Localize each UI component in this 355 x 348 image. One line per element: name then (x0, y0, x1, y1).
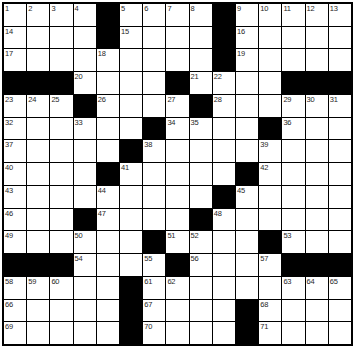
white-cell-r2c3[interactable] (50, 27, 72, 49)
white-cell-r2c11[interactable]: 16 (236, 27, 258, 49)
clue-number-42: 42 (260, 163, 268, 172)
clue-number-71: 71 (260, 322, 268, 331)
white-cell-r9c9[interactable] (190, 186, 212, 208)
clue-number-8: 8 (191, 4, 195, 13)
white-cell-r10c7[interactable] (143, 209, 165, 231)
white-cell-r9c7[interactable] (143, 186, 165, 208)
black-cell-r7c6 (120, 140, 142, 162)
white-cell-r6c2[interactable] (27, 118, 49, 140)
white-cell-r13c1[interactable]: 58 (4, 277, 26, 299)
clue-number-63: 63 (283, 277, 291, 286)
white-cell-r12c12[interactable]: 57 (259, 254, 281, 276)
black-cell-r4c14 (306, 72, 328, 94)
white-cell-r9c12[interactable] (259, 186, 281, 208)
white-cell-r3c11[interactable]: 19 (236, 49, 258, 71)
black-cell-r14c6 (120, 300, 142, 322)
white-cell-r12c7[interactable]: 55 (143, 254, 165, 276)
white-cell-r4c10[interactable]: 22 (213, 72, 235, 94)
white-cell-r10c12[interactable] (259, 209, 281, 231)
clue-number-50: 50 (75, 231, 83, 240)
white-cell-r9c6[interactable] (120, 186, 142, 208)
white-cell-r5c15[interactable]: 31 (329, 95, 351, 117)
white-cell-r1c1[interactable]: 1 (4, 4, 26, 26)
white-cell-r3c12[interactable] (259, 49, 281, 71)
white-cell-r9c15[interactable] (329, 186, 351, 208)
white-cell-r2c2[interactable] (27, 27, 49, 49)
white-cell-r8c6[interactable]: 41 (120, 163, 142, 185)
white-cell-r7c13[interactable] (282, 140, 304, 162)
white-cell-r2c8[interactable] (166, 27, 188, 49)
white-cell-r13c15[interactable]: 65 (329, 277, 351, 299)
white-cell-r5c6[interactable] (120, 95, 142, 117)
clue-number-14: 14 (5, 27, 13, 36)
clue-number-9: 9 (237, 4, 241, 13)
clue-number-64: 64 (307, 277, 315, 286)
white-cell-r14c13[interactable] (282, 300, 304, 322)
clue-number-67: 67 (144, 300, 152, 309)
clue-number-59: 59 (28, 277, 36, 286)
clue-number-47: 47 (98, 209, 106, 218)
black-cell-r14c11 (236, 300, 258, 322)
clue-number-65: 65 (330, 277, 338, 286)
white-cell-r7c8[interactable] (166, 140, 188, 162)
white-cell-r8c1[interactable]: 40 (4, 163, 26, 185)
white-cell-r4c7[interactable] (143, 72, 165, 94)
clue-number-20: 20 (75, 72, 83, 81)
white-cell-r2c6[interactable]: 15 (120, 27, 142, 49)
white-cell-r9c13[interactable] (282, 186, 304, 208)
white-cell-r15c3[interactable] (50, 322, 72, 344)
white-cell-r6c8[interactable]: 34 (166, 118, 188, 140)
white-cell-r1c3[interactable]: 3 (50, 4, 72, 26)
clue-number-18: 18 (98, 49, 106, 58)
white-cell-r4c12[interactable] (259, 72, 281, 94)
white-cell-r15c10[interactable] (213, 322, 235, 344)
white-cell-r5c12[interactable] (259, 95, 281, 117)
clue-number-26: 26 (98, 95, 106, 104)
white-cell-r7c15[interactable] (329, 140, 351, 162)
white-cell-r12c4[interactable]: 54 (74, 254, 96, 276)
clue-number-17: 17 (5, 49, 13, 58)
white-cell-r2c12[interactable] (259, 27, 281, 49)
white-cell-r8c2[interactable] (27, 163, 49, 185)
white-cell-r9c3[interactable] (50, 186, 72, 208)
white-cell-r3c15[interactable] (329, 49, 351, 71)
white-cell-r8c8[interactable] (166, 163, 188, 185)
clue-number-19: 19 (237, 49, 245, 58)
clue-number-41: 41 (121, 163, 129, 172)
clue-number-36: 36 (283, 118, 291, 127)
white-cell-r1c11[interactable]: 9 (236, 4, 258, 26)
white-cell-r3c9[interactable] (190, 49, 212, 71)
white-cell-r11c10[interactable] (213, 231, 235, 253)
white-cell-r6c13[interactable]: 36 (282, 118, 304, 140)
white-cell-r8c7[interactable] (143, 163, 165, 185)
black-cell-r11c7 (143, 231, 165, 253)
white-cell-r3c2[interactable] (27, 49, 49, 71)
white-cell-r14c4[interactable] (74, 300, 96, 322)
white-cell-r11c9[interactable]: 52 (190, 231, 212, 253)
clue-number-38: 38 (144, 140, 152, 149)
white-cell-r1c2[interactable]: 2 (27, 4, 49, 26)
black-cell-r9c10 (213, 186, 235, 208)
clue-number-29: 29 (283, 95, 291, 104)
white-cell-r7c7[interactable]: 38 (143, 140, 165, 162)
white-cell-r2c1[interactable]: 14 (4, 27, 26, 49)
clue-number-45: 45 (237, 186, 245, 195)
white-cell-r6c14[interactable] (306, 118, 328, 140)
white-cell-r9c14[interactable] (306, 186, 328, 208)
white-cell-r13c3[interactable]: 60 (50, 277, 72, 299)
white-cell-r10c6[interactable] (120, 209, 142, 231)
white-cell-r9c2[interactable] (27, 186, 49, 208)
white-cell-r10c8[interactable] (166, 209, 188, 231)
white-cell-r4c5[interactable] (97, 72, 119, 94)
clue-number-22: 22 (214, 72, 222, 81)
white-cell-r14c5[interactable] (97, 300, 119, 322)
clue-number-12: 12 (307, 4, 315, 13)
black-cell-r3c10 (213, 49, 235, 71)
clue-number-4: 4 (75, 4, 79, 13)
white-cell-r13c2[interactable]: 59 (27, 277, 49, 299)
white-cell-r7c5[interactable] (97, 140, 119, 162)
black-cell-r8c11 (236, 163, 258, 185)
white-cell-r1c8[interactable]: 7 (166, 4, 188, 26)
white-cell-r7c4[interactable] (74, 140, 96, 162)
black-cell-r12c8 (166, 254, 188, 276)
white-cell-r4c4[interactable]: 20 (74, 72, 96, 94)
white-cell-r8c10[interactable] (213, 163, 235, 185)
clue-number-15: 15 (121, 27, 129, 36)
white-cell-r5c11[interactable] (236, 95, 258, 117)
white-cell-r14c10[interactable] (213, 300, 235, 322)
clue-number-40: 40 (5, 163, 13, 172)
black-cell-r12c2 (27, 254, 49, 276)
white-cell-r5c10[interactable]: 28 (213, 95, 235, 117)
white-cell-r10c2[interactable] (27, 209, 49, 231)
clue-number-1: 1 (5, 4, 9, 13)
clue-number-44: 44 (98, 186, 106, 195)
white-cell-r11c5[interactable] (97, 231, 119, 253)
white-cell-r3c14[interactable] (306, 49, 328, 71)
clue-number-24: 24 (28, 95, 36, 104)
black-cell-r4c1 (4, 72, 26, 94)
white-cell-r2c9[interactable] (190, 27, 212, 49)
white-cell-r3c6[interactable] (120, 49, 142, 71)
black-cell-r5c9 (190, 95, 212, 117)
clue-number-27: 27 (167, 95, 175, 104)
white-cell-r1c9[interactable]: 8 (190, 4, 212, 26)
white-cell-r3c5[interactable]: 18 (97, 49, 119, 71)
black-cell-r12c13 (282, 254, 304, 276)
clue-number-35: 35 (191, 118, 199, 127)
white-cell-r11c1[interactable]: 49 (4, 231, 26, 253)
white-cell-r13c4[interactable] (74, 277, 96, 299)
white-cell-r1c15[interactable]: 13 (329, 4, 351, 26)
black-cell-r6c7 (143, 118, 165, 140)
white-cell-r8c13[interactable] (282, 163, 304, 185)
white-cell-r14c8[interactable] (166, 300, 188, 322)
white-cell-r10c11[interactable] (236, 209, 258, 231)
clue-number-5: 5 (121, 4, 125, 13)
white-cell-r10c14[interactable] (306, 209, 328, 231)
white-cell-r3c3[interactable] (50, 49, 72, 71)
white-cell-r3c4[interactable] (74, 49, 96, 71)
white-cell-r2c7[interactable] (143, 27, 165, 49)
clue-number-34: 34 (167, 118, 175, 127)
white-cell-r6c10[interactable] (213, 118, 235, 140)
white-cell-r10c10[interactable]: 48 (213, 209, 235, 231)
white-cell-r10c15[interactable] (329, 209, 351, 231)
white-cell-r3c13[interactable] (282, 49, 304, 71)
white-cell-r5c8[interactable]: 27 (166, 95, 188, 117)
white-cell-r14c1[interactable]: 66 (4, 300, 26, 322)
clue-number-62: 62 (167, 277, 175, 286)
black-cell-r11c12 (259, 231, 281, 253)
white-cell-r15c5[interactable] (97, 322, 119, 344)
white-cell-r7c2[interactable] (27, 140, 49, 162)
white-cell-r13c13[interactable]: 63 (282, 277, 304, 299)
black-cell-r2c5 (97, 27, 119, 49)
white-cell-r12c9[interactable]: 56 (190, 254, 212, 276)
white-cell-r14c7[interactable]: 67 (143, 300, 165, 322)
black-cell-r12c1 (4, 254, 26, 276)
clue-number-43: 43 (5, 186, 13, 195)
white-cell-r1c14[interactable]: 12 (306, 4, 328, 26)
white-cell-r9c1[interactable]: 43 (4, 186, 26, 208)
white-cell-r6c3[interactable] (50, 118, 72, 140)
white-cell-r13c9[interactable] (190, 277, 212, 299)
white-cell-r6c9[interactable]: 35 (190, 118, 212, 140)
clue-number-58: 58 (5, 277, 13, 286)
white-cell-r10c5[interactable]: 47 (97, 209, 119, 231)
clue-number-37: 37 (5, 140, 13, 149)
white-cell-r13c11[interactable] (236, 277, 258, 299)
white-cell-r6c4[interactable]: 33 (74, 118, 96, 140)
white-cell-r2c15[interactable] (329, 27, 351, 49)
white-cell-r12c10[interactable] (213, 254, 235, 276)
white-cell-r7c3[interactable] (50, 140, 72, 162)
clue-number-48: 48 (214, 209, 222, 218)
clue-number-46: 46 (5, 209, 13, 218)
white-cell-r9c5[interactable]: 44 (97, 186, 119, 208)
clue-number-61: 61 (144, 277, 152, 286)
white-cell-r8c4[interactable] (74, 163, 96, 185)
white-cell-r8c14[interactable] (306, 163, 328, 185)
black-cell-r5c4 (74, 95, 96, 117)
clue-number-30: 30 (307, 95, 315, 104)
white-cell-r10c13[interactable] (282, 209, 304, 231)
white-cell-r8c3[interactable] (50, 163, 72, 185)
white-cell-r13c8[interactable]: 62 (166, 277, 188, 299)
white-cell-r5c7[interactable] (143, 95, 165, 117)
black-cell-r8c5 (97, 163, 119, 185)
black-cell-r10c9 (190, 209, 212, 231)
clue-number-68: 68 (260, 300, 268, 309)
white-cell-r13c5[interactable] (97, 277, 119, 299)
white-cell-r11c13[interactable]: 53 (282, 231, 304, 253)
black-cell-r13c6 (120, 277, 142, 299)
white-cell-r8c15[interactable] (329, 163, 351, 185)
white-cell-r14c9[interactable] (190, 300, 212, 322)
crossword-page: 1234567891011121314151617181920212223242… (0, 0, 355, 348)
white-cell-r15c1[interactable]: 69 (4, 322, 26, 344)
white-cell-r11c11[interactable] (236, 231, 258, 253)
white-cell-r12c11[interactable] (236, 254, 258, 276)
white-cell-r5c1[interactable]: 23 (4, 95, 26, 117)
white-cell-r5c5[interactable]: 26 (97, 95, 119, 117)
white-cell-r15c12[interactable]: 71 (259, 322, 281, 344)
white-cell-r8c12[interactable]: 42 (259, 163, 281, 185)
white-cell-r7c9[interactable] (190, 140, 212, 162)
white-cell-r13c12[interactable] (259, 277, 281, 299)
white-cell-r14c14[interactable] (306, 300, 328, 322)
white-cell-r6c11[interactable] (236, 118, 258, 140)
white-cell-r7c1[interactable]: 37 (4, 140, 26, 162)
clue-number-32: 32 (5, 118, 13, 127)
white-cell-r4c9[interactable]: 21 (190, 72, 212, 94)
black-cell-r4c3 (50, 72, 72, 94)
white-cell-r12c6[interactable] (120, 254, 142, 276)
clue-number-10: 10 (260, 4, 268, 13)
white-cell-r7c10[interactable] (213, 140, 235, 162)
white-cell-r11c6[interactable] (120, 231, 142, 253)
clue-number-11: 11 (283, 4, 290, 13)
clue-number-3: 3 (51, 4, 55, 13)
white-cell-r9c8[interactable] (166, 186, 188, 208)
black-cell-r4c2 (27, 72, 49, 94)
black-cell-r4c15 (329, 72, 351, 94)
white-cell-r3c8[interactable] (166, 49, 188, 71)
clue-number-7: 7 (167, 4, 171, 13)
white-cell-r13c14[interactable]: 64 (306, 277, 328, 299)
white-cell-r5c3[interactable]: 25 (50, 95, 72, 117)
white-cell-r6c5[interactable] (97, 118, 119, 140)
clue-number-6: 6 (144, 4, 148, 13)
white-cell-r3c1[interactable]: 17 (4, 49, 26, 71)
white-cell-r12c5[interactable] (97, 254, 119, 276)
clue-number-66: 66 (5, 300, 13, 309)
white-cell-r11c15[interactable] (329, 231, 351, 253)
clue-number-31: 31 (330, 95, 338, 104)
white-cell-r15c14[interactable] (306, 322, 328, 344)
clue-number-13: 13 (330, 4, 338, 13)
clue-number-49: 49 (5, 231, 13, 240)
black-cell-r1c5 (97, 4, 119, 26)
white-cell-r4c11[interactable] (236, 72, 258, 94)
black-cell-r15c6 (120, 322, 142, 344)
white-cell-r14c15[interactable] (329, 300, 351, 322)
white-cell-r6c15[interactable] (329, 118, 351, 140)
white-cell-r7c12[interactable]: 39 (259, 140, 281, 162)
white-cell-r3c7[interactable] (143, 49, 165, 71)
black-cell-r10c4 (74, 209, 96, 231)
white-cell-r11c3[interactable] (50, 231, 72, 253)
black-cell-r1c10 (213, 4, 235, 26)
white-cell-r14c3[interactable] (50, 300, 72, 322)
white-cell-r9c11[interactable]: 45 (236, 186, 258, 208)
white-cell-r1c12[interactable]: 10 (259, 4, 281, 26)
white-cell-r15c8[interactable] (166, 322, 188, 344)
white-cell-r13c7[interactable]: 61 (143, 277, 165, 299)
clue-number-69: 69 (5, 322, 13, 331)
white-cell-r5c14[interactable]: 30 (306, 95, 328, 117)
clue-number-21: 21 (191, 72, 199, 81)
clue-number-39: 39 (260, 140, 268, 149)
black-cell-r4c13 (282, 72, 304, 94)
white-cell-r15c15[interactable] (329, 322, 351, 344)
white-cell-r11c4[interactable]: 50 (74, 231, 96, 253)
white-cell-r15c7[interactable]: 70 (143, 322, 165, 344)
white-cell-r1c13[interactable]: 11 (282, 4, 304, 26)
black-cell-r15c11 (236, 322, 258, 344)
white-cell-r15c2[interactable] (27, 322, 49, 344)
clue-number-53: 53 (283, 231, 291, 240)
white-cell-r2c13[interactable] (282, 27, 304, 49)
clue-number-60: 60 (51, 277, 59, 286)
white-cell-r10c1[interactable]: 46 (4, 209, 26, 231)
white-cell-r1c4[interactable]: 4 (74, 4, 96, 26)
white-cell-r2c4[interactable] (74, 27, 96, 49)
white-cell-r4c6[interactable] (120, 72, 142, 94)
white-cell-r15c13[interactable] (282, 322, 304, 344)
clue-number-57: 57 (260, 254, 268, 263)
white-cell-r7c11[interactable] (236, 140, 258, 162)
white-cell-r14c12[interactable]: 68 (259, 300, 281, 322)
white-cell-r5c2[interactable]: 24 (27, 95, 49, 117)
white-cell-r6c6[interactable] (120, 118, 142, 140)
white-cell-r7c14[interactable] (306, 140, 328, 162)
white-cell-r5c13[interactable]: 29 (282, 95, 304, 117)
white-cell-r14c2[interactable] (27, 300, 49, 322)
white-cell-r2c14[interactable] (306, 27, 328, 49)
clue-number-33: 33 (75, 118, 83, 127)
white-cell-r10c3[interactable] (50, 209, 72, 231)
crossword-board: 1234567891011121314151617181920212223242… (2, 2, 353, 346)
clue-number-28: 28 (214, 95, 222, 104)
clue-number-56: 56 (191, 254, 199, 263)
clue-number-23: 23 (5, 95, 13, 104)
black-cell-r12c14 (306, 254, 328, 276)
white-cell-r9c4[interactable] (74, 186, 96, 208)
black-cell-r12c15 (329, 254, 351, 276)
white-cell-r1c7[interactable]: 6 (143, 4, 165, 26)
white-cell-r15c4[interactable] (74, 322, 96, 344)
clue-number-2: 2 (28, 4, 32, 13)
black-cell-r12c3 (50, 254, 72, 276)
clue-number-51: 51 (167, 231, 175, 240)
black-cell-r2c10 (213, 27, 235, 49)
clue-number-55: 55 (144, 254, 152, 263)
clue-number-52: 52 (191, 231, 199, 240)
white-cell-r15c9[interactable] (190, 322, 212, 344)
white-cell-r11c2[interactable] (27, 231, 49, 253)
clue-number-70: 70 (144, 322, 152, 331)
black-cell-r4c8 (166, 72, 188, 94)
white-cell-r6c1[interactable]: 32 (4, 118, 26, 140)
white-cell-r11c14[interactable] (306, 231, 328, 253)
clue-number-54: 54 (75, 254, 83, 263)
white-cell-r1c6[interactable]: 5 (120, 4, 142, 26)
white-cell-r8c9[interactable] (190, 163, 212, 185)
white-cell-r13c10[interactable] (213, 277, 235, 299)
black-cell-r6c12 (259, 118, 281, 140)
clue-number-16: 16 (237, 27, 245, 36)
clue-number-25: 25 (51, 95, 59, 104)
white-cell-r11c8[interactable]: 51 (166, 231, 188, 253)
